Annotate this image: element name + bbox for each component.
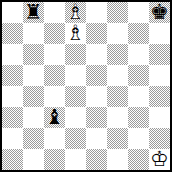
piece-black-king[interactable]: ♚ (149, 2, 170, 23)
square-f7[interactable] (107, 23, 128, 44)
piece-black-bishop[interactable]: ♝ (44, 107, 65, 128)
square-b5[interactable] (23, 65, 44, 86)
square-c3[interactable]: ♝ (44, 107, 65, 128)
square-b3[interactable] (23, 107, 44, 128)
square-a8[interactable] (2, 2, 23, 23)
square-h8[interactable]: ♚ (149, 2, 170, 23)
square-b6[interactable] (23, 44, 44, 65)
square-c1[interactable] (44, 149, 65, 170)
chess-board: ♜♝♗♚♝♗♝♚♔ (0, 0, 172, 172)
square-a7[interactable] (2, 23, 23, 44)
piece-white-king[interactable]: ♚♔ (149, 149, 170, 170)
square-g1[interactable] (128, 149, 149, 170)
black-king-glyph: ♚ (150, 1, 169, 22)
square-f6[interactable] (107, 44, 128, 65)
square-b4[interactable] (23, 86, 44, 107)
square-d5[interactable] (65, 65, 86, 86)
square-d6[interactable] (65, 44, 86, 65)
square-a3[interactable] (2, 107, 23, 128)
square-c7[interactable] (44, 23, 65, 44)
square-b1[interactable] (23, 149, 44, 170)
square-f3[interactable] (107, 107, 128, 128)
square-f1[interactable] (107, 149, 128, 170)
square-f5[interactable] (107, 65, 128, 86)
square-b8[interactable]: ♜ (23, 2, 44, 23)
square-g2[interactable] (128, 128, 149, 149)
white-bishop-glyph: ♗ (66, 22, 85, 43)
square-d1[interactable] (65, 149, 86, 170)
square-d7[interactable]: ♝♗ (65, 23, 86, 44)
square-f8[interactable] (107, 2, 128, 23)
square-f2[interactable] (107, 128, 128, 149)
square-g3[interactable] (128, 107, 149, 128)
square-f4[interactable] (107, 86, 128, 107)
square-g7[interactable] (128, 23, 149, 44)
square-b2[interactable] (23, 128, 44, 149)
square-d3[interactable] (65, 107, 86, 128)
square-d4[interactable] (65, 86, 86, 107)
square-e4[interactable] (86, 86, 107, 107)
square-h4[interactable] (149, 86, 170, 107)
piece-black-rook[interactable]: ♜ (23, 2, 44, 23)
square-c8[interactable] (44, 2, 65, 23)
black-rook-glyph: ♜ (24, 1, 43, 22)
square-e3[interactable] (86, 107, 107, 128)
square-h1[interactable]: ♚♔ (149, 149, 170, 170)
square-a5[interactable] (2, 65, 23, 86)
black-bishop-glyph: ♝ (45, 106, 64, 127)
square-a1[interactable] (2, 149, 23, 170)
square-h3[interactable] (149, 107, 170, 128)
square-h7[interactable] (149, 23, 170, 44)
square-h5[interactable] (149, 65, 170, 86)
piece-white-bishop[interactable]: ♝♗ (65, 23, 86, 44)
square-b7[interactable] (23, 23, 44, 44)
square-g8[interactable] (128, 2, 149, 23)
square-d2[interactable] (65, 128, 86, 149)
square-c5[interactable] (44, 65, 65, 86)
square-e7[interactable] (86, 23, 107, 44)
square-e5[interactable] (86, 65, 107, 86)
square-c2[interactable] (44, 128, 65, 149)
square-h6[interactable] (149, 44, 170, 65)
white-bishop-glyph: ♗ (66, 1, 85, 22)
white-king-glyph: ♔ (150, 148, 169, 169)
square-e8[interactable] (86, 2, 107, 23)
square-c6[interactable] (44, 44, 65, 65)
square-a2[interactable] (2, 128, 23, 149)
square-g5[interactable] (128, 65, 149, 86)
square-a6[interactable] (2, 44, 23, 65)
square-e6[interactable] (86, 44, 107, 65)
square-e1[interactable] (86, 149, 107, 170)
square-g4[interactable] (128, 86, 149, 107)
square-e2[interactable] (86, 128, 107, 149)
square-g6[interactable] (128, 44, 149, 65)
square-a4[interactable] (2, 86, 23, 107)
